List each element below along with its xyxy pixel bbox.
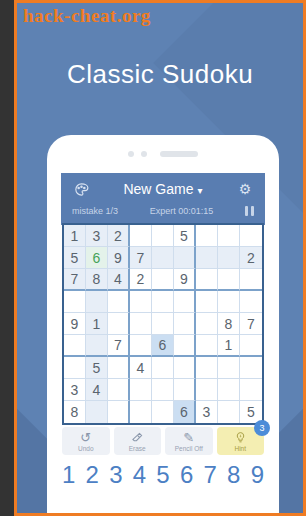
sudoku-cell-r8c2[interactable]: 4 bbox=[86, 379, 108, 401]
sudoku-cell-r6c7[interactable] bbox=[196, 335, 218, 357]
sudoku-cell-r3c8[interactable] bbox=[218, 269, 240, 291]
sudoku-cell-r2c2[interactable]: 6 bbox=[86, 247, 108, 269]
sudoku-cell-r4c2[interactable] bbox=[86, 291, 108, 313]
sudoku-cell-r1c6[interactable]: 5 bbox=[174, 225, 196, 247]
sudoku-cell-r4c8[interactable] bbox=[218, 291, 240, 313]
sudoku-cell-r5c4[interactable] bbox=[130, 313, 152, 335]
hint-count-badge: 3 bbox=[254, 420, 270, 436]
sudoku-cell-r9c2[interactable] bbox=[86, 401, 108, 423]
numpad-5[interactable]: 5 bbox=[156, 461, 169, 489]
sudoku-cell-r3c9[interactable] bbox=[240, 269, 262, 291]
sudoku-cell-r3c4[interactable]: 2 bbox=[130, 269, 152, 291]
numpad-2[interactable]: 2 bbox=[86, 461, 99, 489]
sudoku-cell-r7c3[interactable] bbox=[108, 357, 130, 379]
sudoku-cell-r5c3[interactable] bbox=[108, 313, 130, 335]
undo-button[interactable]: ↺ Undo bbox=[62, 427, 110, 455]
sudoku-cell-r4c3[interactable] bbox=[108, 291, 130, 313]
chevron-down-icon: ▾ bbox=[198, 185, 203, 196]
sudoku-cell-r5c8[interactable]: 8 bbox=[218, 313, 240, 335]
number-pad: 123456789 bbox=[62, 461, 264, 489]
sudoku-cell-r9c1[interactable]: 8 bbox=[64, 401, 86, 423]
sudoku-cell-r7c1[interactable] bbox=[64, 357, 86, 379]
camera-dot bbox=[128, 151, 134, 157]
sudoku-cell-r9c7[interactable]: 3 bbox=[196, 401, 218, 423]
sudoku-cell-r2c1[interactable]: 5 bbox=[64, 247, 86, 269]
sudoku-cell-r4c7[interactable] bbox=[196, 291, 218, 313]
sudoku-cell-r5c1[interactable]: 9 bbox=[64, 313, 86, 335]
sudoku-cell-r6c5[interactable]: 6 bbox=[152, 335, 174, 357]
sudoku-cell-r3c6[interactable]: 9 bbox=[174, 269, 196, 291]
game-header: New Game ▾ ⚙ mistake 1/3 Expert 00:01:15 bbox=[61, 173, 265, 225]
pause-button[interactable] bbox=[245, 206, 254, 216]
sudoku-cell-r8c1[interactable]: 3 bbox=[64, 379, 86, 401]
sudoku-cell-r5c6[interactable] bbox=[174, 313, 196, 335]
phone-speaker bbox=[47, 151, 279, 157]
settings-gear-icon[interactable]: ⚙ bbox=[236, 180, 254, 198]
sudoku-cell-r7c8[interactable] bbox=[218, 357, 240, 379]
sudoku-cell-r5c7[interactable] bbox=[196, 313, 218, 335]
sudoku-cell-r6c6[interactable] bbox=[174, 335, 196, 357]
sudoku-cell-r5c2[interactable]: 1 bbox=[86, 313, 108, 335]
mistake-counter: mistake 1/3 bbox=[72, 206, 118, 216]
pencil-icon: ✎ bbox=[183, 431, 194, 444]
sudoku-cell-r7c7[interactable] bbox=[196, 357, 218, 379]
sudoku-cell-r2c7[interactable] bbox=[196, 247, 218, 269]
sudoku-cell-r3c1[interactable]: 7 bbox=[64, 269, 86, 291]
undo-icon: ↺ bbox=[80, 431, 91, 444]
sudoku-cell-r2c4[interactable]: 7 bbox=[130, 247, 152, 269]
sudoku-cell-r6c2[interactable] bbox=[86, 335, 108, 357]
sudoku-cell-r3c5[interactable] bbox=[152, 269, 174, 291]
sudoku-cell-r1c2[interactable]: 3 bbox=[86, 225, 108, 247]
camera-dot bbox=[141, 151, 147, 157]
numpad-7[interactable]: 7 bbox=[203, 461, 216, 489]
sudoku-cell-r2c3[interactable]: 9 bbox=[108, 247, 130, 269]
sudoku-cell-r7c5[interactable] bbox=[152, 357, 174, 379]
sudoku-cell-r1c5[interactable] bbox=[152, 225, 174, 247]
sudoku-cell-r8c9[interactable] bbox=[240, 379, 262, 401]
speaker-bar bbox=[160, 151, 198, 157]
sudoku-cell-r8c8[interactable] bbox=[218, 379, 240, 401]
hint-button[interactable]: 3 Hint bbox=[217, 427, 265, 455]
sudoku-cell-r7c4[interactable]: 4 bbox=[130, 357, 152, 379]
sudoku-cell-r4c1[interactable] bbox=[64, 291, 86, 313]
sudoku-cell-r1c7[interactable] bbox=[196, 225, 218, 247]
sudoku-cell-r7c2[interactable]: 5 bbox=[86, 357, 108, 379]
sudoku-cell-r2c6[interactable] bbox=[174, 247, 196, 269]
theme-palette-icon[interactable] bbox=[72, 180, 90, 198]
sudoku-cell-r5c9[interactable]: 7 bbox=[240, 313, 262, 335]
sudoku-cell-r8c4[interactable] bbox=[130, 379, 152, 401]
sudoku-cell-r6c8[interactable]: 1 bbox=[218, 335, 240, 357]
new-game-label: New Game bbox=[123, 181, 193, 197]
sudoku-cell-r1c9[interactable] bbox=[240, 225, 262, 247]
eraser-icon bbox=[131, 431, 144, 444]
new-game-dropdown[interactable]: New Game ▾ bbox=[123, 181, 202, 197]
sudoku-cell-r2c9[interactable]: 2 bbox=[240, 247, 262, 269]
sudoku-cell-r3c3[interactable]: 4 bbox=[108, 269, 130, 291]
numpad-1[interactable]: 1 bbox=[62, 461, 75, 489]
sudoku-cell-r8c6[interactable] bbox=[174, 379, 196, 401]
sudoku-board: 13255697278429918776154348635 bbox=[62, 223, 264, 425]
sudoku-cell-r6c3[interactable]: 7 bbox=[108, 335, 130, 357]
sudoku-cell-r3c2[interactable]: 8 bbox=[86, 269, 108, 291]
sudoku-cell-r6c1[interactable] bbox=[64, 335, 86, 357]
sudoku-cell-r2c8[interactable] bbox=[218, 247, 240, 269]
sudoku-cell-r1c1[interactable]: 1 bbox=[64, 225, 86, 247]
sudoku-cell-r7c9[interactable] bbox=[240, 357, 262, 379]
sudoku-cell-r4c4[interactable] bbox=[130, 291, 152, 313]
toolbar: ↺ Undo Erase ✎ Pencil Off 3 bbox=[62, 427, 264, 455]
sudoku-cell-r8c7[interactable] bbox=[196, 379, 218, 401]
numpad-8[interactable]: 8 bbox=[227, 461, 240, 489]
numpad-3[interactable]: 3 bbox=[109, 461, 122, 489]
sudoku-cell-r9c8[interactable] bbox=[218, 401, 240, 423]
sudoku-cell-r1c8[interactable] bbox=[218, 225, 240, 247]
erase-button[interactable]: Erase bbox=[114, 427, 162, 455]
pencil-toggle-button[interactable]: ✎ Pencil Off bbox=[165, 427, 213, 455]
sudoku-cell-r1c3[interactable]: 2 bbox=[108, 225, 130, 247]
bulb-icon bbox=[234, 431, 247, 444]
screenshot-root: hack-cheat.org Classic Sudoku New Game ▾ bbox=[14, 0, 306, 516]
sudoku-cell-r6c9[interactable] bbox=[240, 335, 262, 357]
sudoku-cell-r4c6[interactable] bbox=[174, 291, 196, 313]
sudoku-cell-r9c4[interactable] bbox=[130, 401, 152, 423]
sudoku-cell-r9c3[interactable] bbox=[108, 401, 130, 423]
numpad-9[interactable]: 9 bbox=[251, 461, 264, 489]
watermark-text: hack-cheat.org bbox=[23, 5, 151, 27]
sudoku-cell-r3c7[interactable] bbox=[196, 269, 218, 291]
numpad-6[interactable]: 6 bbox=[180, 461, 193, 489]
sudoku-cell-r9c6[interactable]: 6 bbox=[174, 401, 196, 423]
numpad-4[interactable]: 4 bbox=[133, 461, 146, 489]
sudoku-cell-r5c5[interactable] bbox=[152, 313, 174, 335]
sudoku-cell-r6c4[interactable] bbox=[130, 335, 152, 357]
sudoku-cell-r1c4[interactable] bbox=[130, 225, 152, 247]
sudoku-cell-r2c5[interactable] bbox=[152, 247, 174, 269]
sudoku-cell-r8c3[interactable] bbox=[108, 379, 130, 401]
page-title: Classic Sudoku bbox=[17, 59, 303, 90]
sudoku-cell-r4c9[interactable] bbox=[240, 291, 262, 313]
sudoku-cell-r4c5[interactable] bbox=[152, 291, 174, 313]
sudoku-cell-r8c5[interactable] bbox=[152, 379, 174, 401]
difficulty-timer: Expert 00:01:15 bbox=[150, 206, 214, 216]
sudoku-cell-r7c6[interactable] bbox=[174, 357, 196, 379]
phone-mockup: New Game ▾ ⚙ mistake 1/3 Expert 00:01:15… bbox=[47, 135, 279, 516]
sudoku-cell-r9c5[interactable] bbox=[152, 401, 174, 423]
